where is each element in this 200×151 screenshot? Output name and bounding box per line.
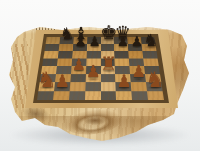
brown-pawn-b2[interactable]: ♟ — [54, 72, 70, 89]
brown-pawn-f2[interactable]: ♟ — [116, 72, 132, 89]
brown-pawn-g3[interactable]: ♟ — [131, 64, 146, 81]
brown-knight-h2[interactable]: ♞ — [145, 69, 164, 91]
brown-pawn-c4[interactable]: ♟ — [72, 57, 86, 73]
black-pawn-f7[interactable]: ♟ — [117, 35, 129, 49]
black-pawn-c7[interactable]: ♟ — [75, 35, 87, 49]
black-knight-b8[interactable]: ♞ — [60, 26, 74, 42]
black-pawn-g7[interactable]: ♟ — [131, 35, 143, 49]
black-pawn-d7[interactable]: ♟ — [89, 35, 101, 49]
black-knight-h7[interactable]: ♞ — [143, 32, 158, 49]
photo-olive-wood-chess-set: ♞♝♚♛♟♟♟♟♞♞♟♟♟♜♟♟♞ — [0, 0, 200, 151]
brown-rook-e4[interactable]: ♜ — [100, 54, 117, 73]
pieces-layer: ♞♝♚♛♟♟♟♟♞♞♟♟♟♜♟♟♞ — [0, 0, 200, 151]
brown-pawn-d3[interactable]: ♟ — [86, 64, 101, 81]
